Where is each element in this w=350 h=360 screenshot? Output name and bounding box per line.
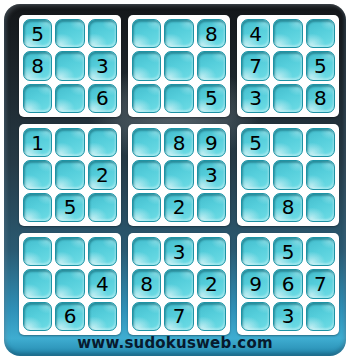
cell-r5c4[interactable] (132, 160, 161, 189)
cell-r4c7[interactable]: 5 (241, 128, 270, 157)
cell-r3c1[interactable] (23, 84, 52, 113)
cell-r8c7[interactable]: 9 (241, 269, 270, 298)
cell-r7c5[interactable]: 3 (164, 237, 193, 266)
cell-r2c6[interactable] (197, 51, 226, 80)
cell-r2c2[interactable] (55, 51, 84, 80)
cell-r9c6[interactable] (197, 302, 226, 331)
cell-r3c4[interactable] (132, 84, 161, 113)
cell-r9c5[interactable]: 7 (164, 302, 193, 331)
cell-r3c2[interactable] (55, 84, 84, 113)
sudoku-box-r2c1: 3827 (128, 233, 230, 335)
cell-r2c4[interactable] (132, 51, 161, 80)
cell-r4c6[interactable]: 9 (197, 128, 226, 157)
cell-r8c5[interactable] (164, 269, 193, 298)
cell-r8c2[interactable] (55, 269, 84, 298)
cell-r7c1[interactable] (23, 237, 52, 266)
cell-r3c5[interactable] (164, 84, 193, 113)
cell-r7c7[interactable] (241, 237, 270, 266)
cell-r5c6[interactable]: 3 (197, 160, 226, 189)
cell-r1c3[interactable] (88, 19, 117, 48)
cell-r9c9[interactable] (306, 302, 335, 331)
cell-r6c1[interactable] (23, 193, 52, 222)
cell-r9c3[interactable] (88, 302, 117, 331)
cell-r5c8[interactable] (273, 160, 302, 189)
cell-r2c9[interactable]: 5 (306, 51, 335, 80)
cell-r6c8[interactable]: 8 (273, 193, 302, 222)
cell-r8c9[interactable]: 7 (306, 269, 335, 298)
cell-r2c3[interactable]: 3 (88, 51, 117, 80)
cell-r1c5[interactable] (164, 19, 193, 48)
cell-r7c2[interactable] (55, 237, 84, 266)
cell-r3c3[interactable]: 6 (88, 84, 117, 113)
sudoku-box-r0c2: 47538 (237, 15, 339, 117)
cell-r9c7[interactable] (241, 302, 270, 331)
sudoku-box-r2c2: 59673 (237, 233, 339, 335)
cell-r4c1[interactable]: 1 (23, 128, 52, 157)
cell-r1c4[interactable] (132, 19, 161, 48)
cell-r6c6[interactable] (197, 193, 226, 222)
cell-r5c7[interactable] (241, 160, 270, 189)
cell-r6c2[interactable]: 5 (55, 193, 84, 222)
cell-r5c5[interactable] (164, 160, 193, 189)
sudoku-box-r1c2: 58 (237, 124, 339, 226)
cell-r7c4[interactable] (132, 237, 161, 266)
cell-r7c9[interactable] (306, 237, 335, 266)
cell-r6c9[interactable] (306, 193, 335, 222)
cell-r2c8[interactable] (273, 51, 302, 80)
cell-r4c4[interactable] (132, 128, 161, 157)
cell-r5c1[interactable] (23, 160, 52, 189)
cell-r3c8[interactable] (273, 84, 302, 113)
cell-r8c1[interactable] (23, 269, 52, 298)
cell-r9c2[interactable]: 6 (55, 302, 84, 331)
cell-r9c1[interactable] (23, 302, 52, 331)
cell-r8c8[interactable]: 6 (273, 269, 302, 298)
cell-r4c3[interactable] (88, 128, 117, 157)
cell-r8c3[interactable]: 4 (88, 269, 117, 298)
cell-r6c5[interactable]: 2 (164, 193, 193, 222)
cell-r1c9[interactable] (306, 19, 335, 48)
cell-r9c4[interactable] (132, 302, 161, 331)
sudoku-box-r2c0: 46 (19, 233, 121, 335)
cell-r3c7[interactable]: 3 (241, 84, 270, 113)
cell-r7c8[interactable]: 5 (273, 237, 302, 266)
sudoku-grid: 5836854753812589325846382759673 (19, 15, 339, 335)
cell-r6c3[interactable] (88, 193, 117, 222)
cell-r1c1[interactable]: 5 (23, 19, 52, 48)
sudoku-box-r0c0: 5836 (19, 15, 121, 117)
cell-r4c2[interactable] (55, 128, 84, 157)
cell-r5c3[interactable]: 2 (88, 160, 117, 189)
sudoku-box-r1c0: 125 (19, 124, 121, 226)
cell-r4c5[interactable]: 8 (164, 128, 193, 157)
cell-r8c6[interactable]: 2 (197, 269, 226, 298)
cell-r4c9[interactable] (306, 128, 335, 157)
cell-r5c2[interactable] (55, 160, 84, 189)
cell-r2c1[interactable]: 8 (23, 51, 52, 80)
cell-r7c3[interactable] (88, 237, 117, 266)
cell-r7c6[interactable] (197, 237, 226, 266)
cell-r3c6[interactable]: 5 (197, 84, 226, 113)
cell-r2c7[interactable]: 7 (241, 51, 270, 80)
cell-r6c7[interactable] (241, 193, 270, 222)
sudoku-box-r1c1: 8932 (128, 124, 230, 226)
site-url-watermark: www.sudokusweb.com (4, 334, 346, 352)
cell-r1c8[interactable] (273, 19, 302, 48)
cell-r2c5[interactable] (164, 51, 193, 80)
cell-r6c4[interactable] (132, 193, 161, 222)
cell-r3c9[interactable]: 8 (306, 84, 335, 113)
cell-r4c8[interactable] (273, 128, 302, 157)
sudoku-box-r0c1: 85 (128, 15, 230, 117)
cell-r1c6[interactable]: 8 (197, 19, 226, 48)
cell-r5c9[interactable] (306, 160, 335, 189)
cell-r1c2[interactable] (55, 19, 84, 48)
sudoku-puzzle-image: 5836854753812589325846382759673 www.sudo… (0, 0, 350, 360)
cell-r1c7[interactable]: 4 (241, 19, 270, 48)
board-frame: 5836854753812589325846382759673 www.sudo… (4, 4, 346, 356)
cell-r9c8[interactable]: 3 (273, 302, 302, 331)
cell-r8c4[interactable]: 8 (132, 269, 161, 298)
